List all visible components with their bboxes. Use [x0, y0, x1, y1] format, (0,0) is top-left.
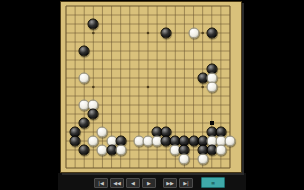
black-stone — [88, 19, 99, 30]
black-stone — [161, 28, 172, 39]
white-stone — [179, 154, 190, 165]
white-stone — [224, 136, 235, 147]
black-stone — [79, 118, 90, 129]
star-point — [92, 86, 95, 89]
go-board[interactable] — [60, 1, 242, 173]
nav-button-3[interactable]: ▶ — [142, 178, 156, 188]
white-stone — [197, 154, 208, 165]
white-stone — [206, 82, 217, 93]
star-point — [147, 86, 150, 89]
nav-button-4[interactable]: ▶▶ — [163, 178, 177, 188]
white-stone — [115, 145, 126, 156]
nav-button-2[interactable]: ◀ — [126, 178, 140, 188]
app-window: |◀◀◀◀▶▶▶▶|≡ — [0, 0, 304, 190]
star-point — [201, 32, 204, 35]
white-stone — [188, 28, 199, 39]
sgf-navigation-bar: |◀◀◀◀▶▶▶▶|≡ — [94, 178, 225, 187]
white-stone — [88, 136, 99, 147]
star-point — [92, 32, 95, 35]
black-stone — [79, 46, 90, 57]
white-stone — [215, 145, 226, 156]
accent-button[interactable]: ≡ — [201, 177, 225, 188]
black-stone — [79, 145, 90, 156]
white-stone — [97, 127, 108, 138]
star-point — [201, 86, 204, 89]
black-stone — [206, 28, 217, 39]
nav-button-1[interactable]: ◀◀ — [110, 178, 124, 188]
move-marker — [210, 121, 214, 125]
nav-button-5[interactable]: ▶| — [179, 178, 193, 188]
nav-button-0[interactable]: |◀ — [94, 178, 108, 188]
star-point — [147, 32, 150, 35]
black-stone — [70, 136, 81, 147]
white-stone — [79, 73, 90, 84]
black-stone — [88, 109, 99, 120]
